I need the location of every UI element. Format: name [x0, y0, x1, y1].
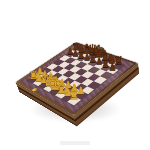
- square-h5: [94, 76, 107, 84]
- square-h8: [112, 63, 125, 70]
- square-g2: [68, 88, 81, 96]
- scene: [0, 0, 150, 150]
- square-h7: [106, 67, 119, 74]
- square-h2: [74, 91, 87, 100]
- chess-board-box: [16, 42, 138, 115]
- square-g4: [81, 78, 94, 86]
- square-c1: [38, 81, 50, 89]
- square-h4: [88, 81, 101, 89]
- square-g3: [75, 83, 88, 91]
- square-e1: [49, 87, 62, 95]
- square-d2: [50, 79, 62, 87]
- square-d1: [43, 84, 55, 92]
- square-f5: [81, 71, 93, 78]
- square-g5: [87, 74, 100, 82]
- square-e4: [69, 73, 81, 80]
- watermark: [60, 141, 90, 145]
- product-photo-amber-chess-set: ♜♞♝♛♚♝♞♜♟♟♟♟♟♟♟♟♟♟♟♟♟♟♟♟♜♞♝♛♚♝♞♜: [0, 0, 150, 150]
- square-h3: [81, 86, 94, 94]
- square-e2: [56, 82, 69, 90]
- square-e3: [62, 78, 74, 86]
- square-g6: [94, 69, 107, 76]
- square-h6: [100, 72, 113, 80]
- square-g1: [61, 93, 74, 102]
- square-h1: [67, 97, 81, 106]
- square-f3: [68, 80, 81, 88]
- square-f4: [75, 76, 88, 84]
- square-f2: [62, 85, 75, 93]
- square-f1: [55, 90, 68, 98]
